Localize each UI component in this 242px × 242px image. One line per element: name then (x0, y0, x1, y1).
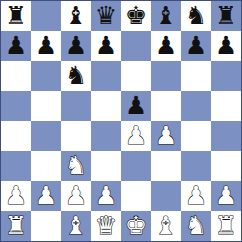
piece-black-pawn: ♟ (95, 31, 117, 61)
square-g5[interactable] (181, 91, 211, 121)
square-e7[interactable] (121, 31, 151, 61)
piece-black-king: ♚ (125, 1, 147, 31)
square-g2[interactable]: ♟ (181, 181, 211, 211)
square-g8[interactable]: ♞ (181, 1, 211, 31)
square-h7[interactable]: ♟ (211, 31, 241, 61)
square-a4[interactable] (1, 121, 31, 151)
square-d6[interactable] (91, 61, 121, 91)
square-e6[interactable] (121, 61, 151, 91)
square-e5[interactable]: ♟ (121, 91, 151, 121)
piece-black-pawn: ♟ (125, 91, 147, 121)
square-c5[interactable] (61, 91, 91, 121)
square-c8[interactable]: ♝ (61, 1, 91, 31)
piece-black-pawn: ♟ (35, 31, 57, 61)
piece-black-pawn: ♟ (5, 31, 27, 61)
square-h4[interactable] (211, 121, 241, 151)
piece-black-rook: ♜ (5, 1, 27, 31)
square-c2[interactable]: ♟ (61, 181, 91, 211)
square-h1[interactable]: ♜ (211, 211, 241, 241)
piece-white-pawn: ♟ (5, 181, 27, 211)
piece-black-queen: ♛ (95, 1, 117, 31)
square-c7[interactable]: ♟ (61, 31, 91, 61)
square-f7[interactable]: ♟ (151, 31, 181, 61)
square-h8[interactable]: ♜ (211, 1, 241, 31)
square-b3[interactable] (31, 151, 61, 181)
piece-black-pawn: ♟ (185, 31, 207, 61)
square-d4[interactable] (91, 121, 121, 151)
square-c1[interactable]: ♝ (61, 211, 91, 241)
piece-black-pawn: ♟ (65, 31, 87, 61)
piece-white-knight: ♞ (185, 211, 207, 241)
square-c3[interactable]: ♞ (61, 151, 91, 181)
piece-black-pawn: ♟ (215, 31, 237, 61)
square-c6[interactable]: ♞ (61, 61, 91, 91)
square-e4[interactable]: ♟ (121, 121, 151, 151)
square-b5[interactable] (31, 91, 61, 121)
square-g3[interactable] (181, 151, 211, 181)
square-a6[interactable] (1, 61, 31, 91)
square-d3[interactable] (91, 151, 121, 181)
piece-white-pawn: ♟ (155, 121, 177, 151)
piece-white-knight: ♞ (65, 151, 87, 181)
square-d2[interactable]: ♟ (91, 181, 121, 211)
square-h3[interactable] (211, 151, 241, 181)
square-d5[interactable] (91, 91, 121, 121)
square-b4[interactable] (31, 121, 61, 151)
piece-black-bishop: ♝ (155, 1, 177, 31)
square-f5[interactable] (151, 91, 181, 121)
square-e1[interactable]: ♚ (121, 211, 151, 241)
piece-white-bishop: ♝ (65, 211, 87, 241)
piece-white-pawn: ♟ (125, 121, 147, 151)
square-a7[interactable]: ♟ (1, 31, 31, 61)
piece-black-bishop: ♝ (65, 1, 87, 31)
square-e3[interactable] (121, 151, 151, 181)
square-e8[interactable]: ♚ (121, 1, 151, 31)
square-h6[interactable] (211, 61, 241, 91)
square-h5[interactable] (211, 91, 241, 121)
square-f1[interactable]: ♝ (151, 211, 181, 241)
square-f8[interactable]: ♝ (151, 1, 181, 31)
square-b6[interactable] (31, 61, 61, 91)
square-g4[interactable] (181, 121, 211, 151)
piece-black-pawn: ♟ (155, 31, 177, 61)
square-d1[interactable]: ♛ (91, 211, 121, 241)
square-f4[interactable]: ♟ (151, 121, 181, 151)
square-b8[interactable] (31, 1, 61, 31)
square-a2[interactable]: ♟ (1, 181, 31, 211)
piece-white-pawn: ♟ (65, 181, 87, 211)
square-h2[interactable]: ♟ (211, 181, 241, 211)
piece-white-pawn: ♟ (35, 181, 57, 211)
piece-white-king: ♚ (125, 211, 147, 241)
square-f2[interactable] (151, 181, 181, 211)
square-d7[interactable]: ♟ (91, 31, 121, 61)
piece-white-pawn: ♟ (95, 181, 117, 211)
chess-board: ♜♝♛♚♝♞♜♟♟♟♟♟♟♟♞♟♟♟♞♟♟♟♟♟♟♜♝♛♚♝♞♜ (0, 0, 242, 242)
piece-white-queen: ♛ (95, 211, 117, 241)
piece-black-knight: ♞ (185, 1, 207, 31)
square-f6[interactable] (151, 61, 181, 91)
square-a5[interactable] (1, 91, 31, 121)
piece-white-bishop: ♝ (155, 211, 177, 241)
square-g6[interactable] (181, 61, 211, 91)
piece-white-pawn: ♟ (185, 181, 207, 211)
piece-black-rook: ♜ (215, 1, 237, 31)
piece-black-knight: ♞ (65, 61, 87, 91)
piece-white-rook: ♜ (5, 211, 27, 241)
square-e2[interactable] (121, 181, 151, 211)
square-c4[interactable] (61, 121, 91, 151)
piece-white-pawn: ♟ (215, 181, 237, 211)
square-d8[interactable]: ♛ (91, 1, 121, 31)
square-a8[interactable]: ♜ (1, 1, 31, 31)
square-b2[interactable]: ♟ (31, 181, 61, 211)
square-g7[interactable]: ♟ (181, 31, 211, 61)
square-a3[interactable] (1, 151, 31, 181)
square-b7[interactable]: ♟ (31, 31, 61, 61)
square-b1[interactable] (31, 211, 61, 241)
square-a1[interactable]: ♜ (1, 211, 31, 241)
square-g1[interactable]: ♞ (181, 211, 211, 241)
piece-white-rook: ♜ (215, 211, 237, 241)
square-f3[interactable] (151, 151, 181, 181)
